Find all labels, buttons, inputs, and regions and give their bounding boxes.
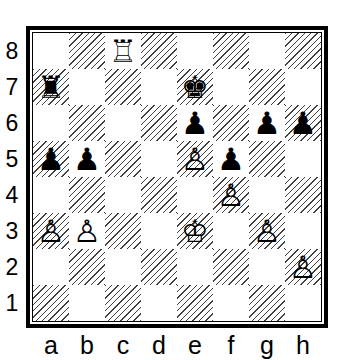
black-pawn-g6: ♟	[249, 105, 285, 141]
square-b5[interactable]: ♟	[69, 141, 105, 177]
rank-labels: 87654321	[0, 33, 24, 321]
square-c4[interactable]	[105, 177, 141, 213]
square-g3[interactable]: ♙	[249, 213, 285, 249]
square-e1[interactable]	[177, 285, 213, 321]
white-pawn-b3: ♙	[69, 213, 105, 249]
square-d4[interactable]	[141, 177, 177, 213]
board: ♖♜♚♟♟♟♟♟♙♟♙♙♙♔♙♙	[32, 32, 322, 322]
rank-label-2: 2	[0, 249, 24, 285]
file-label-d: d	[141, 332, 177, 358]
square-e7[interactable]: ♚	[177, 69, 213, 105]
rank-label-5: 5	[0, 141, 24, 177]
rank-label-3: 3	[0, 213, 24, 249]
square-c6[interactable]	[105, 105, 141, 141]
rank-label-6: 6	[0, 105, 24, 141]
square-e2[interactable]	[177, 249, 213, 285]
square-h4[interactable]	[285, 177, 321, 213]
square-d5[interactable]	[141, 141, 177, 177]
square-a4[interactable]	[33, 177, 69, 213]
square-b4[interactable]	[69, 177, 105, 213]
square-f3[interactable]	[213, 213, 249, 249]
square-c3[interactable]	[105, 213, 141, 249]
black-king-e7: ♚	[177, 69, 213, 105]
square-d8[interactable]	[141, 33, 177, 69]
square-e3[interactable]: ♔	[177, 213, 213, 249]
square-h6[interactable]: ♟	[285, 105, 321, 141]
square-c8[interactable]: ♖	[105, 33, 141, 69]
square-d7[interactable]	[141, 69, 177, 105]
square-e5[interactable]: ♙	[177, 141, 213, 177]
rank-label-1: 1	[0, 285, 24, 321]
square-g2[interactable]	[249, 249, 285, 285]
square-b8[interactable]	[69, 33, 105, 69]
square-g6[interactable]: ♟	[249, 105, 285, 141]
square-a8[interactable]	[33, 33, 69, 69]
square-a1[interactable]	[33, 285, 69, 321]
file-label-c: c	[105, 332, 141, 358]
square-d6[interactable]	[141, 105, 177, 141]
square-e6[interactable]: ♟	[177, 105, 213, 141]
file-labels: abcdefgh	[33, 332, 321, 358]
white-rook-c8: ♖	[105, 33, 141, 69]
black-pawn-a5: ♟	[33, 141, 69, 177]
square-h5[interactable]	[285, 141, 321, 177]
black-pawn-h6: ♟	[285, 105, 321, 141]
square-b6[interactable]	[69, 105, 105, 141]
white-pawn-f4: ♙	[213, 177, 249, 213]
file-label-b: b	[69, 332, 105, 358]
square-g7[interactable]	[249, 69, 285, 105]
black-pawn-e6: ♟	[177, 105, 213, 141]
file-label-f: f	[213, 332, 249, 358]
board-frame: ♖♜♚♟♟♟♟♟♙♟♙♙♙♔♙♙	[26, 26, 328, 328]
square-d2[interactable]	[141, 249, 177, 285]
square-c1[interactable]	[105, 285, 141, 321]
rank-label-8: 8	[0, 33, 24, 69]
square-g5[interactable]	[249, 141, 285, 177]
white-pawn-e5: ♙	[177, 141, 213, 177]
white-king-e3: ♔	[177, 213, 213, 249]
black-rook-a7: ♜	[33, 69, 69, 105]
square-g1[interactable]	[249, 285, 285, 321]
square-g8[interactable]	[249, 33, 285, 69]
rank-label-4: 4	[0, 177, 24, 213]
square-c5[interactable]	[105, 141, 141, 177]
square-h2[interactable]: ♙	[285, 249, 321, 285]
square-b2[interactable]	[69, 249, 105, 285]
square-a5[interactable]: ♟	[33, 141, 69, 177]
square-e8[interactable]	[177, 33, 213, 69]
file-label-e: e	[177, 332, 213, 358]
white-pawn-h2: ♙	[285, 249, 321, 285]
white-pawn-a3: ♙	[33, 213, 69, 249]
square-h1[interactable]	[285, 285, 321, 321]
black-pawn-f5: ♟	[213, 141, 249, 177]
file-label-h: h	[285, 332, 321, 358]
rank-label-7: 7	[0, 69, 24, 105]
square-b7[interactable]	[69, 69, 105, 105]
square-h7[interactable]	[285, 69, 321, 105]
square-d3[interactable]	[141, 213, 177, 249]
square-b3[interactable]: ♙	[69, 213, 105, 249]
square-a3[interactable]: ♙	[33, 213, 69, 249]
white-pawn-g3: ♙	[249, 213, 285, 249]
square-a6[interactable]	[33, 105, 69, 141]
square-f7[interactable]	[213, 69, 249, 105]
square-f1[interactable]	[213, 285, 249, 321]
square-c7[interactable]	[105, 69, 141, 105]
square-e4[interactable]	[177, 177, 213, 213]
square-f5[interactable]: ♟	[213, 141, 249, 177]
file-label-a: a	[33, 332, 69, 358]
square-h3[interactable]	[285, 213, 321, 249]
square-a7[interactable]: ♜	[33, 69, 69, 105]
square-b1[interactable]	[69, 285, 105, 321]
square-a2[interactable]	[33, 249, 69, 285]
file-label-g: g	[249, 332, 285, 358]
square-f4[interactable]: ♙	[213, 177, 249, 213]
square-f8[interactable]	[213, 33, 249, 69]
square-h8[interactable]	[285, 33, 321, 69]
square-c2[interactable]	[105, 249, 141, 285]
square-f6[interactable]	[213, 105, 249, 141]
square-d1[interactable]	[141, 285, 177, 321]
square-g4[interactable]	[249, 177, 285, 213]
black-pawn-b5: ♟	[69, 141, 105, 177]
chess-diagram: 87654321 ♖♜♚♟♟♟♟♟♙♟♙♙♙♔♙♙ abcdefgh	[0, 0, 360, 360]
square-f2[interactable]	[213, 249, 249, 285]
